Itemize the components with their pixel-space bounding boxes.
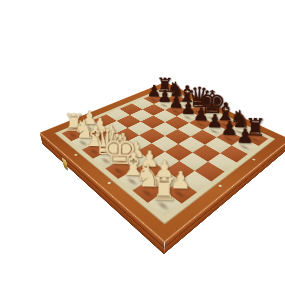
chess-set-photo: ♜♞♝♛♚♝♞♜♟♟♟♟♟♟♟♟♟♟♟♟♟♟♟♟♜♞♝♛♚♝♞♜ — [0, 0, 285, 285]
frame-inlay-dot — [252, 158, 256, 161]
piece-white-rook: ♜ — [150, 173, 178, 204]
brass-latch — [62, 156, 68, 170]
chess-board-grid: ♜♞♝♛♚♝♞♜♟♟♟♟♟♟♟♟♟♟♟♟♟♟♟♟♜♞♝♛♚♝♞♜ — [62, 89, 269, 216]
frame-inlay-dot — [107, 181, 111, 184]
piece-black-pawn: ♟ — [235, 126, 253, 146]
frame-inlay-dot — [218, 184, 222, 187]
board-top-face: ♜♞♝♛♚♝♞♜♟♟♟♟♟♟♟♟♟♟♟♟♟♟♟♟♜♞♝♛♚♝♞♜ — [40, 82, 285, 242]
folding-chess-board: ♜♞♝♛♚♝♞♜♟♟♟♟♟♟♟♟♟♟♟♟♟♟♟♟♜♞♝♛♚♝♞♜ — [40, 82, 285, 242]
frame-inlay-dot — [74, 153, 78, 155]
